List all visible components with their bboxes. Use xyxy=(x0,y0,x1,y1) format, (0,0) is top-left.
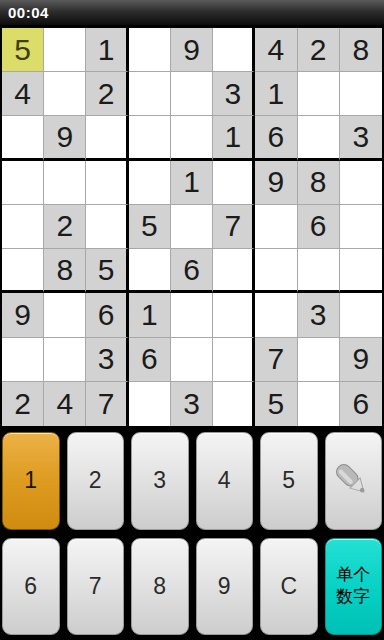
cell-r5c5[interactable] xyxy=(213,249,255,293)
cell-r8c1[interactable]: 4 xyxy=(44,382,86,426)
cell-r2c7[interactable] xyxy=(298,116,340,160)
cell-r6c8[interactable] xyxy=(340,293,382,337)
cell-r1c0[interactable]: 4 xyxy=(2,72,44,116)
cell-r1c3[interactable] xyxy=(129,72,171,116)
cell-r5c4[interactable]: 6 xyxy=(171,249,213,293)
cell-r5c6[interactable] xyxy=(255,249,297,293)
cell-r7c5[interactable] xyxy=(213,338,255,382)
key-3[interactable]: 3 xyxy=(131,432,189,530)
cell-r4c1[interactable]: 2 xyxy=(44,205,86,249)
cell-r4c4[interactable] xyxy=(171,205,213,249)
cell-r1c6[interactable]: 1 xyxy=(255,72,297,116)
pencil-icon xyxy=(330,458,376,504)
key-clear[interactable]: C xyxy=(260,538,318,636)
cell-r7c7[interactable] xyxy=(298,338,340,382)
cell-r2c1[interactable]: 9 xyxy=(44,116,86,160)
cell-r2c8[interactable]: 3 xyxy=(340,116,382,160)
cell-r0c4[interactable]: 9 xyxy=(171,28,213,72)
cell-r7c4[interactable] xyxy=(171,338,213,382)
single-digit-mode-button[interactable]: 单个 数字 xyxy=(325,538,383,636)
cell-r1c1[interactable] xyxy=(44,72,86,116)
cell-r1c4[interactable] xyxy=(171,72,213,116)
cell-r3c7[interactable]: 8 xyxy=(298,161,340,205)
cell-r3c5[interactable] xyxy=(213,161,255,205)
cell-r6c0[interactable]: 9 xyxy=(2,293,44,337)
cell-r2c6[interactable]: 6 xyxy=(255,116,297,160)
cell-r2c4[interactable] xyxy=(171,116,213,160)
cell-r4c3[interactable]: 5 xyxy=(129,205,171,249)
cell-r8c4[interactable]: 3 xyxy=(171,382,213,426)
cell-r1c8[interactable] xyxy=(340,72,382,116)
key-6[interactable]: 6 xyxy=(2,538,60,636)
cell-r2c2[interactable] xyxy=(86,116,128,160)
cell-r6c5[interactable] xyxy=(213,293,255,337)
cell-r4c8[interactable] xyxy=(340,205,382,249)
cell-r6c3[interactable]: 1 xyxy=(129,293,171,337)
keypad-row-1: 1 2 3 4 5 xyxy=(2,432,382,530)
cell-r1c5[interactable]: 3 xyxy=(213,72,255,116)
cell-r6c4[interactable] xyxy=(171,293,213,337)
cell-r0c2[interactable]: 1 xyxy=(86,28,128,72)
key-2[interactable]: 2 xyxy=(67,432,125,530)
cell-r4c0[interactable] xyxy=(2,205,44,249)
cell-r8c7[interactable] xyxy=(298,382,340,426)
cell-r4c2[interactable] xyxy=(86,205,128,249)
cell-r7c6[interactable]: 7 xyxy=(255,338,297,382)
cell-r3c2[interactable] xyxy=(86,161,128,205)
cell-r5c2[interactable]: 5 xyxy=(86,249,128,293)
cell-r6c7[interactable]: 3 xyxy=(298,293,340,337)
cell-r6c6[interactable] xyxy=(255,293,297,337)
cell-r3c6[interactable]: 9 xyxy=(255,161,297,205)
cell-r3c8[interactable] xyxy=(340,161,382,205)
cell-r5c1[interactable]: 8 xyxy=(44,249,86,293)
key-8[interactable]: 8 xyxy=(131,538,189,636)
cell-r3c1[interactable] xyxy=(44,161,86,205)
pencil-button[interactable] xyxy=(325,432,383,530)
cell-r4c7[interactable]: 6 xyxy=(298,205,340,249)
sudoku-board: 51942842319163198257685696133679247356 xyxy=(0,26,384,428)
cell-r7c3[interactable]: 6 xyxy=(129,338,171,382)
cell-r5c8[interactable] xyxy=(340,249,382,293)
cell-r7c0[interactable] xyxy=(2,338,44,382)
cell-r4c5[interactable]: 7 xyxy=(213,205,255,249)
cell-r0c0[interactable]: 5 xyxy=(2,28,44,72)
cell-r0c7[interactable]: 2 xyxy=(298,28,340,72)
key-7[interactable]: 7 xyxy=(67,538,125,636)
cell-r7c2[interactable]: 3 xyxy=(86,338,128,382)
cell-r7c8[interactable]: 9 xyxy=(340,338,382,382)
cell-r2c3[interactable] xyxy=(129,116,171,160)
key-1[interactable]: 1 xyxy=(2,432,60,530)
key-4[interactable]: 4 xyxy=(196,432,254,530)
cell-r8c5[interactable] xyxy=(213,382,255,426)
cell-r0c5[interactable] xyxy=(213,28,255,72)
cell-r5c7[interactable] xyxy=(298,249,340,293)
cell-r8c8[interactable]: 6 xyxy=(340,382,382,426)
key-9[interactable]: 9 xyxy=(196,538,254,636)
cell-r6c1[interactable] xyxy=(44,293,86,337)
title-bar: 00:04 xyxy=(0,0,384,26)
cell-r8c2[interactable]: 7 xyxy=(86,382,128,426)
keypad-row-2: 6 7 8 9 C 单个 数字 xyxy=(2,538,382,636)
cell-r8c6[interactable]: 5 xyxy=(255,382,297,426)
number-keypad: 1 2 3 4 5 6 7 8 9 C 单个 数 xyxy=(0,428,384,640)
cell-r0c1[interactable] xyxy=(44,28,86,72)
cell-r5c3[interactable] xyxy=(129,249,171,293)
cell-r5c0[interactable] xyxy=(2,249,44,293)
cell-r4c6[interactable] xyxy=(255,205,297,249)
cell-r2c5[interactable]: 1 xyxy=(213,116,255,160)
key-5[interactable]: 5 xyxy=(260,432,318,530)
cell-r8c3[interactable] xyxy=(129,382,171,426)
game-timer: 00:04 xyxy=(0,4,49,21)
cell-r1c7[interactable] xyxy=(298,72,340,116)
cell-r0c3[interactable] xyxy=(129,28,171,72)
cell-r7c1[interactable] xyxy=(44,338,86,382)
cell-r3c3[interactable] xyxy=(129,161,171,205)
cell-r0c8[interactable]: 8 xyxy=(340,28,382,72)
cell-r6c2[interactable]: 6 xyxy=(86,293,128,337)
cell-r1c2[interactable]: 2 xyxy=(86,72,128,116)
cell-r2c0[interactable] xyxy=(2,116,44,160)
cell-r3c4[interactable]: 1 xyxy=(171,161,213,205)
cell-r0c6[interactable]: 4 xyxy=(255,28,297,72)
cell-r8c0[interactable]: 2 xyxy=(2,382,44,426)
cell-r3c0[interactable] xyxy=(2,161,44,205)
app-screen: 00:04 5194284231916319825768569613367924… xyxy=(0,0,384,640)
